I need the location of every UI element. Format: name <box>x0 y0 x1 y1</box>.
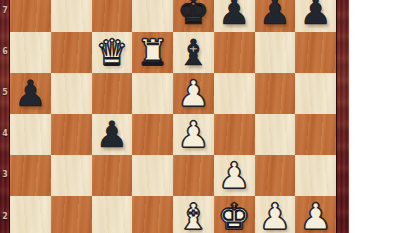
square-f3: ♟ <box>214 155 255 196</box>
rank-label-2: 2 <box>0 212 10 222</box>
square-d2 <box>132 196 173 233</box>
square-h3 <box>295 155 336 196</box>
square-d6: ♜ <box>132 32 173 73</box>
square-g7: ♟ <box>255 0 296 32</box>
square-c6: ♛ <box>92 32 133 73</box>
square-c7 <box>92 0 133 32</box>
white-pawn-icon: ♟ <box>218 155 250 196</box>
square-a2 <box>10 196 51 233</box>
black-pawn-icon: ♟ <box>218 0 250 32</box>
square-g4 <box>255 114 296 155</box>
white-queen-icon: ♛ <box>96 32 128 73</box>
black-pawn-icon: ♟ <box>14 73 46 114</box>
rank-label-7: 7 <box>0 6 10 16</box>
square-e2: ♝ <box>173 196 214 233</box>
black-bishop-icon: ♝ <box>177 32 209 73</box>
white-rook-icon: ♜ <box>136 32 168 73</box>
square-d3 <box>132 155 173 196</box>
rank-label-6: 6 <box>0 47 10 57</box>
square-f5 <box>214 73 255 114</box>
square-a6 <box>10 32 51 73</box>
chess-board: ♚♟♟♟♛♜♝♟♟♟♟♟♝♚♟♟ <box>10 0 336 233</box>
square-c5 <box>92 73 133 114</box>
square-f6 <box>214 32 255 73</box>
square-f2: ♚ <box>214 196 255 233</box>
square-g2: ♟ <box>255 196 296 233</box>
square-h4 <box>295 114 336 155</box>
square-g5 <box>255 73 296 114</box>
page-background: ♚♟♟♟♛♜♝♟♟♟♟♟♝♚♟♟ 765432 <box>0 0 414 233</box>
square-d7 <box>132 0 173 32</box>
square-b5 <box>51 73 92 114</box>
white-pawn-icon: ♟ <box>177 73 209 114</box>
black-pawn-icon: ♟ <box>299 0 331 32</box>
board-right-border <box>336 0 349 233</box>
square-a7 <box>10 0 51 32</box>
square-e6: ♝ <box>173 32 214 73</box>
square-b3 <box>51 155 92 196</box>
square-h6 <box>295 32 336 73</box>
white-pawn-icon: ♟ <box>177 114 209 155</box>
square-d5 <box>132 73 173 114</box>
square-a4 <box>10 114 51 155</box>
board-left-border <box>0 0 10 233</box>
square-f7: ♟ <box>214 0 255 32</box>
square-g6 <box>255 32 296 73</box>
square-g3 <box>255 155 296 196</box>
square-c4: ♟ <box>92 114 133 155</box>
square-h5 <box>295 73 336 114</box>
square-e4: ♟ <box>173 114 214 155</box>
square-e3 <box>173 155 214 196</box>
black-pawn-icon: ♟ <box>259 0 291 32</box>
square-b7 <box>51 0 92 32</box>
black-pawn-icon: ♟ <box>96 114 128 155</box>
square-b2 <box>51 196 92 233</box>
black-king-icon: ♚ <box>177 0 209 32</box>
square-b6 <box>51 32 92 73</box>
square-h2: ♟ <box>295 196 336 233</box>
square-c3 <box>92 155 133 196</box>
square-e7: ♚ <box>173 0 214 32</box>
rank-label-5: 5 <box>0 88 10 98</box>
square-c2 <box>92 196 133 233</box>
white-king-icon: ♚ <box>218 196 250 233</box>
rank-label-4: 4 <box>0 129 10 139</box>
square-a5: ♟ <box>10 73 51 114</box>
square-e5: ♟ <box>173 73 214 114</box>
white-pawn-icon: ♟ <box>299 196 331 233</box>
square-f4 <box>214 114 255 155</box>
square-b4 <box>51 114 92 155</box>
square-d4 <box>132 114 173 155</box>
white-bishop-icon: ♝ <box>177 196 209 233</box>
rank-label-3: 3 <box>0 170 10 180</box>
white-pawn-icon: ♟ <box>259 196 291 233</box>
square-h7: ♟ <box>295 0 336 32</box>
square-a3 <box>10 155 51 196</box>
board-clip: ♚♟♟♟♛♜♝♟♟♟♟♟♝♚♟♟ <box>10 0 336 233</box>
